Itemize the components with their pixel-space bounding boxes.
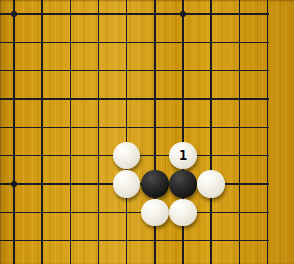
stone-black bbox=[141, 170, 168, 197]
star-point bbox=[180, 11, 186, 17]
grid-line-vertical bbox=[210, 0, 211, 264]
stone-white bbox=[141, 199, 168, 226]
grid-line-vertical bbox=[98, 0, 99, 264]
stone-white bbox=[113, 170, 140, 197]
grid-line-horizontal bbox=[0, 212, 269, 213]
grid-line-horizontal bbox=[0, 70, 269, 71]
stone-white bbox=[197, 170, 224, 197]
star-point bbox=[11, 181, 17, 187]
stone-black bbox=[169, 170, 196, 197]
grid-line-horizontal bbox=[0, 240, 269, 241]
star-point bbox=[11, 11, 17, 17]
grid-line-vertical bbox=[41, 0, 42, 264]
grid-line-horizontal bbox=[0, 127, 269, 128]
stone-white: 1 bbox=[169, 142, 196, 169]
grid-line-vertical bbox=[13, 0, 14, 264]
grid-line-vertical bbox=[126, 0, 127, 264]
grid-line-horizontal bbox=[0, 98, 269, 99]
grid-line-horizontal bbox=[0, 42, 269, 43]
go-board[interactable]: 1 bbox=[0, 0, 294, 264]
grid-line-horizontal bbox=[0, 13, 269, 14]
grid-line-vertical bbox=[267, 0, 268, 264]
grid-line-vertical bbox=[70, 0, 71, 264]
stone-white bbox=[113, 142, 140, 169]
move-number-label: 1 bbox=[179, 148, 187, 162]
stone-white bbox=[169, 199, 196, 226]
grid-line-vertical bbox=[239, 0, 240, 264]
